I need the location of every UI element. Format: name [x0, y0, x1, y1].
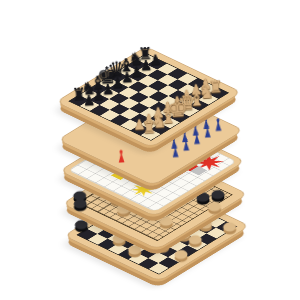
- chess-piece-black-pawn[interactable]: ♟: [82, 93, 95, 108]
- game-stack-scene: ♜♞♝♛♚♝♞♜♟♟♟♟♟♟♟♟♟♟♟♟♟♟♟♟♜♞♝♛♚♝♞♜: [0, 0, 300, 300]
- chess-pieces: ♜♞♝♛♚♝♞♜♟♟♟♟♟♟♟♟♟♟♟♟♟♟♟♟♜♞♝♛♚♝♞♜: [0, 0, 300, 300]
- chess-layer: ♜♞♝♛♚♝♞♜♟♟♟♟♟♟♟♟♟♟♟♟♟♟♟♟♜♞♝♛♚♝♞♜: [0, 0, 300, 300]
- chess-piece-white-rook[interactable]: ♜: [142, 120, 157, 137]
